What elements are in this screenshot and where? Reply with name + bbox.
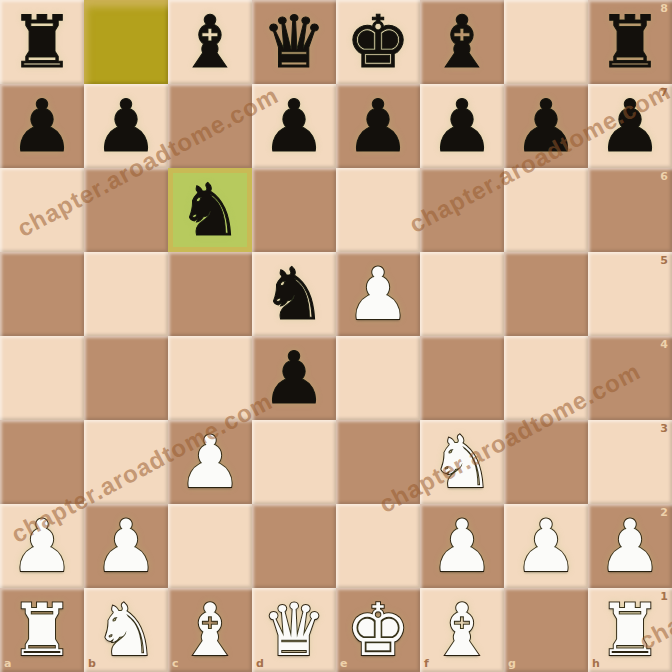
square-a8[interactable]: ♜ xyxy=(0,0,84,84)
square-a7[interactable]: ♟ xyxy=(0,84,84,168)
square-a3[interactable] xyxy=(0,420,84,504)
square-g5[interactable] xyxy=(504,252,588,336)
chess-board: ♜♝♛♚♝♜8♟♟♟♟♟♟♟7♞6♞♟5♟4♟♞3♟♟♟♟♟2♜a♞b♝c♛d♚… xyxy=(0,0,672,672)
piece-black-bishop-f8: ♝ xyxy=(430,6,495,78)
piece-black-pawn-g7: ♟ xyxy=(514,90,579,162)
piece-black-queen-d8: ♛ xyxy=(262,6,327,78)
square-c3[interactable]: ♟ xyxy=(168,420,252,504)
rank-label-4: 4 xyxy=(660,339,668,350)
square-b7[interactable]: ♟ xyxy=(84,84,168,168)
square-g8[interactable] xyxy=(504,0,588,84)
square-c2[interactable] xyxy=(168,504,252,588)
piece-black-pawn-b7: ♟ xyxy=(94,90,159,162)
piece-black-pawn-f7: ♟ xyxy=(430,90,495,162)
square-e6[interactable] xyxy=(336,168,420,252)
piece-black-pawn-d7: ♟ xyxy=(262,90,327,162)
square-h8[interactable]: ♜8 xyxy=(588,0,672,84)
piece-white-king-e1: ♚ xyxy=(346,594,411,666)
square-d2[interactable] xyxy=(252,504,336,588)
piece-white-pawn-c3: ♟ xyxy=(178,426,243,498)
piece-white-queen-d1: ♛ xyxy=(262,594,327,666)
file-label-f: f xyxy=(424,658,429,669)
square-g2[interactable]: ♟ xyxy=(504,504,588,588)
square-d5[interactable]: ♞ xyxy=(252,252,336,336)
piece-white-pawn-h2: ♟ xyxy=(598,510,663,582)
square-g3[interactable] xyxy=(504,420,588,504)
file-label-b: b xyxy=(88,658,96,669)
square-h4[interactable]: 4 xyxy=(588,336,672,420)
square-e4[interactable] xyxy=(336,336,420,420)
square-g7[interactable]: ♟ xyxy=(504,84,588,168)
square-f2[interactable]: ♟ xyxy=(420,504,504,588)
square-d4[interactable]: ♟ xyxy=(252,336,336,420)
piece-white-pawn-a2: ♟ xyxy=(10,510,75,582)
square-h1[interactable]: ♜1h xyxy=(588,588,672,672)
piece-white-rook-a1: ♜ xyxy=(10,594,75,666)
square-b2[interactable]: ♟ xyxy=(84,504,168,588)
square-e3[interactable] xyxy=(336,420,420,504)
file-label-a: a xyxy=(4,658,11,669)
square-g4[interactable] xyxy=(504,336,588,420)
square-f3[interactable]: ♞ xyxy=(420,420,504,504)
rank-label-5: 5 xyxy=(660,255,668,266)
square-g1[interactable]: g xyxy=(504,588,588,672)
piece-white-rook-h1: ♜ xyxy=(598,594,663,666)
square-f5[interactable] xyxy=(420,252,504,336)
square-d3[interactable] xyxy=(252,420,336,504)
square-e7[interactable]: ♟ xyxy=(336,84,420,168)
piece-white-pawn-e5: ♟ xyxy=(346,258,411,330)
square-f8[interactable]: ♝ xyxy=(420,0,504,84)
square-b8[interactable] xyxy=(84,0,168,84)
piece-black-bishop-c8: ♝ xyxy=(178,6,243,78)
rank-label-2: 2 xyxy=(660,507,668,518)
piece-white-knight-f3: ♞ xyxy=(430,426,495,498)
square-h7[interactable]: ♟7 xyxy=(588,84,672,168)
file-label-h: h xyxy=(592,658,600,669)
square-b4[interactable] xyxy=(84,336,168,420)
square-c7[interactable] xyxy=(168,84,252,168)
square-h2[interactable]: ♟2 xyxy=(588,504,672,588)
piece-black-pawn-a7: ♟ xyxy=(10,90,75,162)
square-e8[interactable]: ♚ xyxy=(336,0,420,84)
rank-label-6: 6 xyxy=(660,171,668,182)
piece-black-king-e8: ♚ xyxy=(346,6,411,78)
square-h6[interactable]: 6 xyxy=(588,168,672,252)
rank-label-8: 8 xyxy=(660,3,668,14)
piece-black-rook-a8: ♜ xyxy=(10,6,75,78)
square-a1[interactable]: ♜a xyxy=(0,588,84,672)
rank-label-7: 7 xyxy=(660,87,668,98)
file-label-d: d xyxy=(256,658,264,669)
square-b3[interactable] xyxy=(84,420,168,504)
piece-white-bishop-f1: ♝ xyxy=(430,594,495,666)
square-a2[interactable]: ♟ xyxy=(0,504,84,588)
square-d8[interactable]: ♛ xyxy=(252,0,336,84)
square-b5[interactable] xyxy=(84,252,168,336)
piece-black-pawn-d4: ♟ xyxy=(262,342,327,414)
rank-label-1: 1 xyxy=(660,591,668,602)
square-d7[interactable]: ♟ xyxy=(252,84,336,168)
square-f4[interactable] xyxy=(420,336,504,420)
square-h3[interactable]: 3 xyxy=(588,420,672,504)
square-b6[interactable] xyxy=(84,168,168,252)
square-h5[interactable]: 5 xyxy=(588,252,672,336)
square-d1[interactable]: ♛d xyxy=(252,588,336,672)
square-b1[interactable]: ♞b xyxy=(84,588,168,672)
piece-black-knight-c6: ♞ xyxy=(178,174,243,246)
file-label-g: g xyxy=(508,658,516,669)
square-d6[interactable] xyxy=(252,168,336,252)
square-a5[interactable] xyxy=(0,252,84,336)
square-c4[interactable] xyxy=(168,336,252,420)
square-f1[interactable]: ♝f xyxy=(420,588,504,672)
piece-black-pawn-h7: ♟ xyxy=(598,90,663,162)
square-f7[interactable]: ♟ xyxy=(420,84,504,168)
square-e2[interactable] xyxy=(336,504,420,588)
piece-white-pawn-g2: ♟ xyxy=(514,510,579,582)
piece-white-bishop-c1: ♝ xyxy=(178,594,243,666)
square-c8[interactable]: ♝ xyxy=(168,0,252,84)
piece-black-pawn-e7: ♟ xyxy=(346,90,411,162)
rank-label-3: 3 xyxy=(660,423,668,434)
square-f6[interactable] xyxy=(420,168,504,252)
square-a6[interactable] xyxy=(0,168,84,252)
square-c5[interactable] xyxy=(168,252,252,336)
piece-white-pawn-f2: ♟ xyxy=(430,510,495,582)
square-a4[interactable] xyxy=(0,336,84,420)
square-c6[interactable]: ♞ xyxy=(168,168,252,252)
piece-black-rook-h8: ♜ xyxy=(598,6,663,78)
piece-white-pawn-b2: ♟ xyxy=(94,510,159,582)
square-c1[interactable]: ♝c xyxy=(168,588,252,672)
square-g6[interactable] xyxy=(504,168,588,252)
file-label-e: e xyxy=(340,658,347,669)
square-e5[interactable]: ♟ xyxy=(336,252,420,336)
file-label-c: c xyxy=(172,658,179,669)
piece-black-knight-d5: ♞ xyxy=(262,258,327,330)
piece-white-knight-b1: ♞ xyxy=(94,594,159,666)
square-e1[interactable]: ♚e xyxy=(336,588,420,672)
